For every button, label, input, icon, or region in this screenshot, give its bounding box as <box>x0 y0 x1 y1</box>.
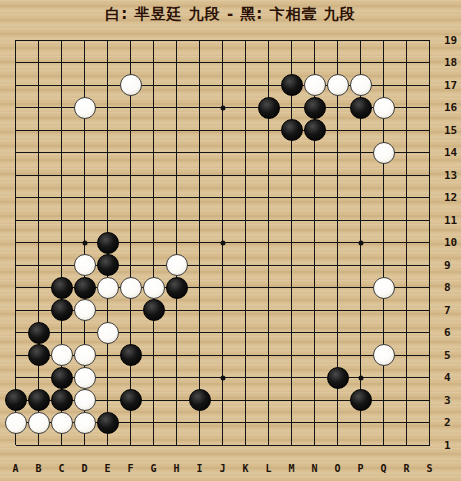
intersection-A8[interactable] <box>4 277 27 300</box>
intersection-B13[interactable] <box>27 164 50 187</box>
intersection-S19[interactable] <box>418 29 441 52</box>
intersection-I8[interactable] <box>188 277 211 300</box>
intersection-J15[interactable] <box>211 119 234 142</box>
intersection-J11[interactable] <box>211 209 234 232</box>
intersection-A2[interactable] <box>4 412 27 435</box>
intersection-E19[interactable] <box>96 29 119 52</box>
intersection-D16[interactable] <box>73 97 96 120</box>
intersection-E4[interactable] <box>96 367 119 390</box>
intersection-A9[interactable] <box>4 254 27 277</box>
intersection-S6[interactable] <box>418 322 441 345</box>
intersection-A6[interactable] <box>4 322 27 345</box>
intersection-R14[interactable] <box>395 142 418 165</box>
intersection-Q8[interactable] <box>372 277 395 300</box>
intersection-C7[interactable] <box>50 299 73 322</box>
intersection-A1[interactable] <box>4 434 27 457</box>
intersection-D8[interactable] <box>73 277 96 300</box>
intersection-R1[interactable] <box>395 434 418 457</box>
intersection-D18[interactable] <box>73 52 96 75</box>
intersection-I4[interactable] <box>188 367 211 390</box>
intersection-K12[interactable] <box>234 187 257 210</box>
intersection-H13[interactable] <box>165 164 188 187</box>
intersection-F18[interactable] <box>119 52 142 75</box>
intersection-P13[interactable] <box>349 164 372 187</box>
intersection-M19[interactable] <box>280 29 303 52</box>
intersection-A11[interactable] <box>4 209 27 232</box>
intersection-P14[interactable] <box>349 142 372 165</box>
intersection-H17[interactable] <box>165 74 188 97</box>
intersection-D11[interactable] <box>73 209 96 232</box>
intersection-C5[interactable] <box>50 344 73 367</box>
intersection-N8[interactable] <box>303 277 326 300</box>
intersection-I5[interactable] <box>188 344 211 367</box>
intersection-M12[interactable] <box>280 187 303 210</box>
intersection-G1[interactable] <box>142 434 165 457</box>
intersection-P8[interactable] <box>349 277 372 300</box>
intersection-E18[interactable] <box>96 52 119 75</box>
intersection-F19[interactable] <box>119 29 142 52</box>
intersection-H3[interactable] <box>165 389 188 412</box>
intersection-B14[interactable] <box>27 142 50 165</box>
intersection-S9[interactable] <box>418 254 441 277</box>
intersection-G3[interactable] <box>142 389 165 412</box>
intersection-R18[interactable] <box>395 52 418 75</box>
intersection-B7[interactable] <box>27 299 50 322</box>
intersection-F6[interactable] <box>119 322 142 345</box>
intersection-C15[interactable] <box>50 119 73 142</box>
intersection-L17[interactable] <box>257 74 280 97</box>
intersection-D14[interactable] <box>73 142 96 165</box>
intersection-D6[interactable] <box>73 322 96 345</box>
intersection-N10[interactable] <box>303 232 326 255</box>
intersection-C10[interactable] <box>50 232 73 255</box>
intersection-M6[interactable] <box>280 322 303 345</box>
intersection-J7[interactable] <box>211 299 234 322</box>
intersection-M8[interactable] <box>280 277 303 300</box>
intersection-B9[interactable] <box>27 254 50 277</box>
intersection-O11[interactable] <box>326 209 349 232</box>
intersection-M16[interactable] <box>280 97 303 120</box>
intersection-H1[interactable] <box>165 434 188 457</box>
intersection-L2[interactable] <box>257 412 280 435</box>
intersection-M9[interactable] <box>280 254 303 277</box>
intersection-D19[interactable] <box>73 29 96 52</box>
intersection-A10[interactable] <box>4 232 27 255</box>
intersection-M1[interactable] <box>280 434 303 457</box>
intersection-P17[interactable] <box>349 74 372 97</box>
intersection-R6[interactable] <box>395 322 418 345</box>
intersection-H5[interactable] <box>165 344 188 367</box>
intersection-N6[interactable] <box>303 322 326 345</box>
intersection-N19[interactable] <box>303 29 326 52</box>
intersection-K10[interactable] <box>234 232 257 255</box>
intersection-P5[interactable] <box>349 344 372 367</box>
intersection-N4[interactable] <box>303 367 326 390</box>
intersection-D4[interactable] <box>73 367 96 390</box>
intersection-H11[interactable] <box>165 209 188 232</box>
intersection-I9[interactable] <box>188 254 211 277</box>
intersection-I2[interactable] <box>188 412 211 435</box>
intersection-H18[interactable] <box>165 52 188 75</box>
intersection-A13[interactable] <box>4 164 27 187</box>
intersection-E13[interactable] <box>96 164 119 187</box>
intersection-O12[interactable] <box>326 187 349 210</box>
intersection-Q16[interactable] <box>372 97 395 120</box>
intersection-A12[interactable] <box>4 187 27 210</box>
intersection-S16[interactable] <box>418 97 441 120</box>
intersection-E14[interactable] <box>96 142 119 165</box>
intersection-I6[interactable] <box>188 322 211 345</box>
intersection-I11[interactable] <box>188 209 211 232</box>
intersection-M5[interactable] <box>280 344 303 367</box>
intersection-N2[interactable] <box>303 412 326 435</box>
intersection-G16[interactable] <box>142 97 165 120</box>
intersection-O6[interactable] <box>326 322 349 345</box>
intersection-R7[interactable] <box>395 299 418 322</box>
intersection-I19[interactable] <box>188 29 211 52</box>
intersection-C9[interactable] <box>50 254 73 277</box>
intersection-B10[interactable] <box>27 232 50 255</box>
intersection-B8[interactable] <box>27 277 50 300</box>
intersection-P18[interactable] <box>349 52 372 75</box>
intersection-L14[interactable] <box>257 142 280 165</box>
intersection-P19[interactable] <box>349 29 372 52</box>
intersection-M17[interactable] <box>280 74 303 97</box>
intersection-I18[interactable] <box>188 52 211 75</box>
intersection-F17[interactable] <box>119 74 142 97</box>
intersection-L9[interactable] <box>257 254 280 277</box>
intersection-N15[interactable] <box>303 119 326 142</box>
intersection-E8[interactable] <box>96 277 119 300</box>
intersection-I10[interactable] <box>188 232 211 255</box>
intersection-L16[interactable] <box>257 97 280 120</box>
intersection-O7[interactable] <box>326 299 349 322</box>
intersection-A17[interactable] <box>4 74 27 97</box>
intersection-P4[interactable] <box>349 367 372 390</box>
intersection-O16[interactable] <box>326 97 349 120</box>
intersection-I15[interactable] <box>188 119 211 142</box>
intersection-C8[interactable] <box>50 277 73 300</box>
intersection-G4[interactable] <box>142 367 165 390</box>
intersection-C17[interactable] <box>50 74 73 97</box>
intersection-Q5[interactable] <box>372 344 395 367</box>
intersection-J4[interactable] <box>211 367 234 390</box>
intersection-O13[interactable] <box>326 164 349 187</box>
intersection-E7[interactable] <box>96 299 119 322</box>
intersection-A3[interactable] <box>4 389 27 412</box>
intersection-C6[interactable] <box>50 322 73 345</box>
intersection-F16[interactable] <box>119 97 142 120</box>
intersection-R17[interactable] <box>395 74 418 97</box>
intersection-E9[interactable] <box>96 254 119 277</box>
intersection-S5[interactable] <box>418 344 441 367</box>
intersection-F15[interactable] <box>119 119 142 142</box>
intersection-D17[interactable] <box>73 74 96 97</box>
intersection-K1[interactable] <box>234 434 257 457</box>
intersection-C19[interactable] <box>50 29 73 52</box>
intersection-Q11[interactable] <box>372 209 395 232</box>
intersection-H19[interactable] <box>165 29 188 52</box>
intersection-L18[interactable] <box>257 52 280 75</box>
intersection-E5[interactable] <box>96 344 119 367</box>
intersection-R11[interactable] <box>395 209 418 232</box>
intersection-S18[interactable] <box>418 52 441 75</box>
intersection-F10[interactable] <box>119 232 142 255</box>
intersection-R8[interactable] <box>395 277 418 300</box>
intersection-G10[interactable] <box>142 232 165 255</box>
intersection-L7[interactable] <box>257 299 280 322</box>
intersection-A18[interactable] <box>4 52 27 75</box>
intersection-C3[interactable] <box>50 389 73 412</box>
intersection-J9[interactable] <box>211 254 234 277</box>
intersection-K2[interactable] <box>234 412 257 435</box>
intersection-L1[interactable] <box>257 434 280 457</box>
intersection-J8[interactable] <box>211 277 234 300</box>
intersection-C1[interactable] <box>50 434 73 457</box>
intersection-J3[interactable] <box>211 389 234 412</box>
intersection-E3[interactable] <box>96 389 119 412</box>
intersection-S12[interactable] <box>418 187 441 210</box>
intersection-Q13[interactable] <box>372 164 395 187</box>
intersection-G12[interactable] <box>142 187 165 210</box>
intersection-B11[interactable] <box>27 209 50 232</box>
intersection-A7[interactable] <box>4 299 27 322</box>
intersection-P15[interactable] <box>349 119 372 142</box>
intersection-O4[interactable] <box>326 367 349 390</box>
intersection-R12[interactable] <box>395 187 418 210</box>
intersection-S14[interactable] <box>418 142 441 165</box>
intersection-A14[interactable] <box>4 142 27 165</box>
intersection-H7[interactable] <box>165 299 188 322</box>
intersection-R13[interactable] <box>395 164 418 187</box>
intersection-Q4[interactable] <box>372 367 395 390</box>
intersection-N11[interactable] <box>303 209 326 232</box>
intersection-E1[interactable] <box>96 434 119 457</box>
intersection-S11[interactable] <box>418 209 441 232</box>
intersection-L19[interactable] <box>257 29 280 52</box>
intersection-S8[interactable] <box>418 277 441 300</box>
intersection-P6[interactable] <box>349 322 372 345</box>
intersection-G13[interactable] <box>142 164 165 187</box>
intersection-F9[interactable] <box>119 254 142 277</box>
intersection-M15[interactable] <box>280 119 303 142</box>
intersection-L5[interactable] <box>257 344 280 367</box>
intersection-K6[interactable] <box>234 322 257 345</box>
intersection-Q18[interactable] <box>372 52 395 75</box>
intersection-O2[interactable] <box>326 412 349 435</box>
intersection-J5[interactable] <box>211 344 234 367</box>
intersection-G9[interactable] <box>142 254 165 277</box>
intersection-Q10[interactable] <box>372 232 395 255</box>
intersection-Q7[interactable] <box>372 299 395 322</box>
intersection-Q1[interactable] <box>372 434 395 457</box>
intersection-B19[interactable] <box>27 29 50 52</box>
intersection-R15[interactable] <box>395 119 418 142</box>
intersection-Q6[interactable] <box>372 322 395 345</box>
intersection-D10[interactable] <box>73 232 96 255</box>
intersection-F1[interactable] <box>119 434 142 457</box>
intersection-I1[interactable] <box>188 434 211 457</box>
intersection-F11[interactable] <box>119 209 142 232</box>
intersection-Q15[interactable] <box>372 119 395 142</box>
intersection-B4[interactable] <box>27 367 50 390</box>
intersection-I3[interactable] <box>188 389 211 412</box>
intersection-L6[interactable] <box>257 322 280 345</box>
intersection-R19[interactable] <box>395 29 418 52</box>
intersection-J10[interactable] <box>211 232 234 255</box>
intersection-G19[interactable] <box>142 29 165 52</box>
intersection-P7[interactable] <box>349 299 372 322</box>
intersection-N13[interactable] <box>303 164 326 187</box>
intersection-S3[interactable] <box>418 389 441 412</box>
intersection-N14[interactable] <box>303 142 326 165</box>
intersection-M13[interactable] <box>280 164 303 187</box>
intersection-P12[interactable] <box>349 187 372 210</box>
intersection-S17[interactable] <box>418 74 441 97</box>
intersection-Q17[interactable] <box>372 74 395 97</box>
intersection-K8[interactable] <box>234 277 257 300</box>
intersection-B6[interactable] <box>27 322 50 345</box>
intersection-G2[interactable] <box>142 412 165 435</box>
intersection-L8[interactable] <box>257 277 280 300</box>
intersection-H2[interactable] <box>165 412 188 435</box>
intersection-C2[interactable] <box>50 412 73 435</box>
intersection-J13[interactable] <box>211 164 234 187</box>
intersection-B5[interactable] <box>27 344 50 367</box>
intersection-J1[interactable] <box>211 434 234 457</box>
intersection-P3[interactable] <box>349 389 372 412</box>
intersection-L4[interactable] <box>257 367 280 390</box>
intersection-I16[interactable] <box>188 97 211 120</box>
intersection-G7[interactable] <box>142 299 165 322</box>
intersection-D13[interactable] <box>73 164 96 187</box>
intersection-K4[interactable] <box>234 367 257 390</box>
intersection-G17[interactable] <box>142 74 165 97</box>
intersection-I7[interactable] <box>188 299 211 322</box>
intersection-K9[interactable] <box>234 254 257 277</box>
intersection-A19[interactable] <box>4 29 27 52</box>
intersection-D2[interactable] <box>73 412 96 435</box>
intersection-K3[interactable] <box>234 389 257 412</box>
intersection-H6[interactable] <box>165 322 188 345</box>
intersection-O3[interactable] <box>326 389 349 412</box>
intersection-A5[interactable] <box>4 344 27 367</box>
intersection-C13[interactable] <box>50 164 73 187</box>
intersection-E6[interactable] <box>96 322 119 345</box>
intersection-J17[interactable] <box>211 74 234 97</box>
intersection-O1[interactable] <box>326 434 349 457</box>
intersection-S13[interactable] <box>418 164 441 187</box>
intersection-O9[interactable] <box>326 254 349 277</box>
intersection-H16[interactable] <box>165 97 188 120</box>
intersection-D15[interactable] <box>73 119 96 142</box>
intersection-F4[interactable] <box>119 367 142 390</box>
intersection-N16[interactable] <box>303 97 326 120</box>
intersection-B15[interactable] <box>27 119 50 142</box>
intersection-G14[interactable] <box>142 142 165 165</box>
intersection-E17[interactable] <box>96 74 119 97</box>
intersection-J14[interactable] <box>211 142 234 165</box>
intersection-E2[interactable] <box>96 412 119 435</box>
intersection-F5[interactable] <box>119 344 142 367</box>
intersection-G5[interactable] <box>142 344 165 367</box>
intersection-D3[interactable] <box>73 389 96 412</box>
intersection-D1[interactable] <box>73 434 96 457</box>
intersection-E12[interactable] <box>96 187 119 210</box>
intersection-M2[interactable] <box>280 412 303 435</box>
intersection-Q19[interactable] <box>372 29 395 52</box>
intersection-I13[interactable] <box>188 164 211 187</box>
intersection-J12[interactable] <box>211 187 234 210</box>
intersection-I12[interactable] <box>188 187 211 210</box>
intersection-B12[interactable] <box>27 187 50 210</box>
intersection-O18[interactable] <box>326 52 349 75</box>
intersection-A4[interactable] <box>4 367 27 390</box>
intersection-S1[interactable] <box>418 434 441 457</box>
intersection-C4[interactable] <box>50 367 73 390</box>
intersection-C14[interactable] <box>50 142 73 165</box>
intersection-L11[interactable] <box>257 209 280 232</box>
intersection-L15[interactable] <box>257 119 280 142</box>
intersection-G11[interactable] <box>142 209 165 232</box>
intersection-R4[interactable] <box>395 367 418 390</box>
intersection-K18[interactable] <box>234 52 257 75</box>
intersection-S15[interactable] <box>418 119 441 142</box>
intersection-K14[interactable] <box>234 142 257 165</box>
intersection-A15[interactable] <box>4 119 27 142</box>
intersection-N5[interactable] <box>303 344 326 367</box>
intersection-M11[interactable] <box>280 209 303 232</box>
intersection-L12[interactable] <box>257 187 280 210</box>
intersection-P1[interactable] <box>349 434 372 457</box>
intersection-N7[interactable] <box>303 299 326 322</box>
intersection-A16[interactable] <box>4 97 27 120</box>
intersection-J6[interactable] <box>211 322 234 345</box>
intersection-N3[interactable] <box>303 389 326 412</box>
intersection-I14[interactable] <box>188 142 211 165</box>
intersection-S2[interactable] <box>418 412 441 435</box>
intersection-D12[interactable] <box>73 187 96 210</box>
intersection-O14[interactable] <box>326 142 349 165</box>
intersection-K17[interactable] <box>234 74 257 97</box>
intersection-O5[interactable] <box>326 344 349 367</box>
intersection-K16[interactable] <box>234 97 257 120</box>
intersection-R10[interactable] <box>395 232 418 255</box>
intersection-P10[interactable] <box>349 232 372 255</box>
intersection-D7[interactable] <box>73 299 96 322</box>
intersection-I17[interactable] <box>188 74 211 97</box>
intersection-B16[interactable] <box>27 97 50 120</box>
intersection-N17[interactable] <box>303 74 326 97</box>
intersection-P11[interactable] <box>349 209 372 232</box>
intersection-S10[interactable] <box>418 232 441 255</box>
intersection-F7[interactable] <box>119 299 142 322</box>
intersection-S7[interactable] <box>418 299 441 322</box>
intersection-B1[interactable] <box>27 434 50 457</box>
intersection-K5[interactable] <box>234 344 257 367</box>
intersection-P2[interactable] <box>349 412 372 435</box>
intersection-R5[interactable] <box>395 344 418 367</box>
intersection-S4[interactable] <box>418 367 441 390</box>
intersection-Q2[interactable] <box>372 412 395 435</box>
intersection-E11[interactable] <box>96 209 119 232</box>
intersection-Q3[interactable] <box>372 389 395 412</box>
intersection-G18[interactable] <box>142 52 165 75</box>
intersection-F8[interactable] <box>119 277 142 300</box>
intersection-H14[interactable] <box>165 142 188 165</box>
intersection-B18[interactable] <box>27 52 50 75</box>
intersection-C12[interactable] <box>50 187 73 210</box>
